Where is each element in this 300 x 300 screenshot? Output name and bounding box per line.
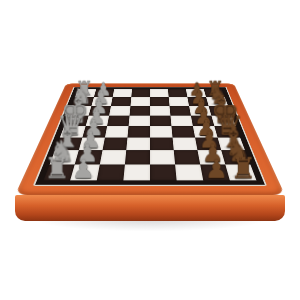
piece-base-shadow [207, 94, 223, 98]
silver-queen-d1: ♛ [60, 115, 83, 138]
piece-base-shadow [202, 158, 223, 164]
chess-set-photo: ♜♟♟♜♞♟♟♞♝♟♟♝♚♟♟♚♛♟♟♛♝♟♟♝♞♟♟♞♜♟♟♜ [0, 0, 300, 300]
piece-base-shadow [222, 145, 242, 151]
piece-base-shadow [70, 111, 87, 115]
perspective-scene: ♜♟♟♜♞♟♟♞♝♟♟♝♚♟♟♚♛♟♟♛♝♟♟♝♞♟♟♞♜♟♟♜ [15, 0, 285, 195]
piece-base-shadow [189, 94, 204, 98]
piece-base-shadow [93, 102, 109, 106]
piece-base-shadow [81, 145, 101, 151]
piece-base-shadow [96, 94, 111, 98]
silver-pawn-d2: ♟ [82, 115, 105, 138]
piece-base-shadow [219, 132, 238, 137]
chess-board: ♜♟♟♜♞♟♟♞♝♟♟♝♚♟♟♚♛♟♟♛♝♟♟♝♞♟♟♞♜♟♟♜ [15, 83, 285, 195]
bronze-queen-d8: ♛ [218, 115, 241, 138]
piece-base-shadow [212, 111, 229, 115]
piece-base-shadow [196, 132, 215, 137]
piece-base-shadow [215, 121, 233, 126]
bronze-pawn-d7: ♟ [195, 115, 218, 138]
piece-base-shadow [58, 145, 78, 151]
piece-base-shadow [192, 111, 209, 115]
piece-base-shadow [62, 132, 81, 137]
piece-base-shadow [226, 158, 248, 164]
piece-base-shadow [190, 102, 206, 106]
piece-base-shadow [210, 102, 226, 106]
piece-base-shadow [91, 111, 108, 115]
piece-base-shadow [205, 173, 227, 180]
piece-base-shadow [199, 145, 219, 151]
piece-base-shadow [46, 173, 69, 180]
pieces-layer: ♜♟♟♜♞♟♟♞♝♟♟♝♚♟♟♚♛♟♟♛♝♟♟♝♞♟♟♞♜♟♟♜ [15, 83, 285, 195]
piece-base-shadow [74, 102, 90, 106]
piece-base-shadow [194, 121, 212, 126]
piece-base-shadow [52, 158, 74, 164]
piece-base-shadow [231, 173, 254, 180]
piece-base-shadow [88, 121, 106, 126]
board-frame-front [15, 195, 285, 221]
piece-base-shadow [85, 132, 104, 137]
piece-base-shadow [77, 158, 98, 164]
piece-base-shadow [67, 121, 85, 126]
piece-base-shadow [77, 94, 93, 98]
piece-base-shadow [73, 173, 95, 180]
